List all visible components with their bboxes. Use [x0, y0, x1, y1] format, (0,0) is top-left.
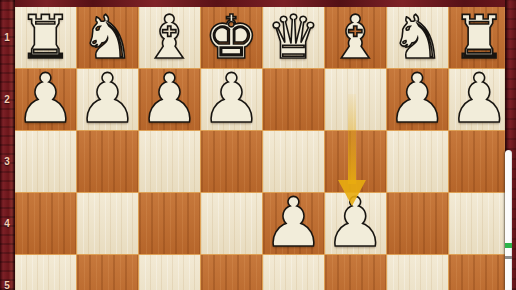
board-frame-left [0, 0, 15, 290]
rank-label-3: 3 [0, 156, 14, 167]
white-pawn-c4: ♟ [325, 192, 386, 253]
white-pawn-e2: ♟ [201, 68, 262, 129]
video-frame: ♜♞♝♚♛♝♞♜♟♟♟♟♟♟♟♟ 12345 [0, 0, 516, 290]
white-pawn-g2: ♟ [77, 68, 138, 129]
square-a5[interactable] [449, 255, 505, 290]
square-g4[interactable] [77, 193, 138, 254]
square-g3[interactable] [77, 131, 138, 192]
square-g5[interactable] [77, 255, 138, 290]
square-f4[interactable] [139, 193, 200, 254]
square-c2[interactable] [325, 69, 386, 130]
square-b2[interactable]: ♟ [387, 69, 448, 130]
white-pawn-f2: ♟ [139, 68, 200, 129]
square-d1[interactable]: ♛ [263, 7, 324, 68]
scrollbar-grey-marker [505, 256, 512, 259]
square-c4[interactable]: ♟ [325, 193, 386, 254]
square-h2[interactable]: ♟ [15, 69, 76, 130]
square-a2[interactable]: ♟ [449, 69, 505, 130]
square-h5[interactable] [15, 255, 76, 290]
square-h4[interactable] [15, 193, 76, 254]
square-e4[interactable] [201, 193, 262, 254]
white-pawn-b2: ♟ [387, 68, 448, 129]
scrollbar-green-marker [505, 243, 512, 248]
square-h3[interactable] [15, 131, 76, 192]
square-e3[interactable] [201, 131, 262, 192]
rank-label-5: 5 [0, 280, 14, 290]
white-pawn-a2: ♟ [449, 68, 505, 129]
rank-label-2: 2 [0, 94, 14, 105]
square-b5[interactable] [387, 255, 448, 290]
square-e2[interactable]: ♟ [201, 69, 262, 130]
white-pawn-h2: ♟ [15, 68, 76, 129]
square-a4[interactable] [449, 193, 505, 254]
square-g2[interactable]: ♟ [77, 69, 138, 130]
white-queen-d1: ♛ [266, 7, 320, 68]
square-d2[interactable] [263, 69, 324, 130]
chess-board: ♜♞♝♚♛♝♞♜♟♟♟♟♟♟♟♟ [15, 7, 505, 290]
square-c1[interactable]: ♝ [325, 7, 386, 68]
square-f5[interactable] [139, 255, 200, 290]
white-bishop-c1: ♝ [328, 7, 382, 68]
scrollbar-thumb[interactable] [505, 150, 512, 290]
square-b3[interactable] [387, 131, 448, 192]
square-d5[interactable] [263, 255, 324, 290]
square-c5[interactable] [325, 255, 386, 290]
square-e5[interactable] [201, 255, 262, 290]
square-d4[interactable]: ♟ [263, 193, 324, 254]
square-a3[interactable] [449, 131, 505, 192]
square-b4[interactable] [387, 193, 448, 254]
square-f2[interactable]: ♟ [139, 69, 200, 130]
square-f3[interactable] [139, 131, 200, 192]
white-pawn-d4: ♟ [263, 192, 324, 253]
board-frame-top [0, 0, 516, 7]
rank-label-4: 4 [0, 218, 14, 229]
rank-label-1: 1 [0, 32, 14, 43]
